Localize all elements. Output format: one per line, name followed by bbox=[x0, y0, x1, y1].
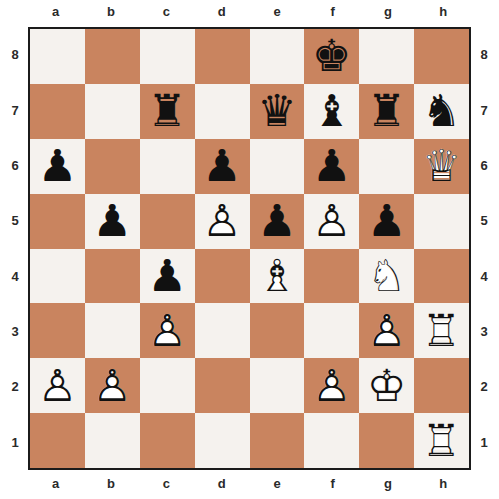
square-f5[interactable]: ♟♙ bbox=[304, 194, 359, 249]
square-d2[interactable] bbox=[195, 358, 250, 413]
black-king-icon: ♚ bbox=[308, 32, 356, 80]
coordinate-label: 6 bbox=[6, 138, 24, 193]
square-g1[interactable] bbox=[359, 413, 414, 468]
black-pawn-icon: ♟ bbox=[88, 197, 136, 245]
square-g8[interactable] bbox=[359, 29, 414, 84]
square-g2[interactable]: ♚♔ bbox=[359, 358, 414, 413]
black-pawn-icon: ♟ bbox=[363, 197, 411, 245]
coordinate-label: e bbox=[250, 476, 305, 492]
square-e7[interactable]: ♛ bbox=[250, 84, 305, 139]
coordinate-label: 8 bbox=[6, 27, 24, 82]
coordinate-label: f bbox=[305, 476, 360, 492]
white-bishop-icon: ♝♗ bbox=[253, 252, 301, 300]
white-rook-icon: ♜♖ bbox=[418, 417, 466, 465]
white-rook-icon: ♜♖ bbox=[418, 307, 466, 355]
square-h4[interactable] bbox=[414, 249, 469, 304]
coordinate-label: g bbox=[360, 476, 415, 492]
square-b7[interactable] bbox=[85, 84, 140, 139]
square-g5[interactable]: ♟ bbox=[359, 194, 414, 249]
coordinate-label: 3 bbox=[6, 304, 24, 359]
square-e5[interactable]: ♟ bbox=[250, 194, 305, 249]
coordinate-label: b bbox=[83, 476, 138, 492]
square-a7[interactable] bbox=[30, 84, 85, 139]
white-pawn-icon: ♟♙ bbox=[88, 362, 136, 410]
square-d4[interactable] bbox=[195, 249, 250, 304]
white-pawn-icon: ♟♙ bbox=[308, 197, 356, 245]
square-d6[interactable]: ♟ bbox=[195, 139, 250, 194]
coordinate-label: 1 bbox=[6, 415, 24, 470]
square-g6[interactable] bbox=[359, 139, 414, 194]
chess-board: ♚♜♛♝♜♞♟♟♟♛♕♟♟♙♟♟♙♟♟♝♗♞♘♟♙♟♙♜♖♟♙♟♙♟♙♚♔♜♖ bbox=[28, 27, 471, 470]
rank-labels-right: 87654321 bbox=[475, 27, 493, 470]
coordinate-label: 2 bbox=[475, 359, 493, 414]
black-knight-icon: ♞ bbox=[418, 87, 466, 135]
square-b5[interactable]: ♟ bbox=[85, 194, 140, 249]
coordinate-label: h bbox=[416, 4, 471, 20]
square-d8[interactable] bbox=[195, 29, 250, 84]
square-e8[interactable] bbox=[250, 29, 305, 84]
square-g3[interactable]: ♟♙ bbox=[359, 303, 414, 358]
square-a2[interactable]: ♟♙ bbox=[30, 358, 85, 413]
coordinate-label: a bbox=[28, 476, 83, 492]
coordinate-label: b bbox=[83, 4, 138, 20]
square-c7[interactable]: ♜ bbox=[140, 84, 195, 139]
square-e6[interactable] bbox=[250, 139, 305, 194]
black-bishop-icon: ♝ bbox=[308, 87, 356, 135]
square-c6[interactable] bbox=[140, 139, 195, 194]
square-c3[interactable]: ♟♙ bbox=[140, 303, 195, 358]
coordinate-label: 7 bbox=[475, 82, 493, 137]
coordinate-label: 6 bbox=[475, 138, 493, 193]
rank-labels-left: 87654321 bbox=[6, 27, 24, 470]
black-pawn-icon: ♟ bbox=[253, 197, 301, 245]
coordinate-label: c bbox=[139, 476, 194, 492]
square-f7[interactable]: ♝ bbox=[304, 84, 359, 139]
square-d5[interactable]: ♟♙ bbox=[195, 194, 250, 249]
square-c8[interactable] bbox=[140, 29, 195, 84]
square-f6[interactable]: ♟ bbox=[304, 139, 359, 194]
square-h8[interactable] bbox=[414, 29, 469, 84]
coordinate-label: a bbox=[28, 4, 83, 20]
white-pawn-icon: ♟♙ bbox=[33, 362, 81, 410]
square-h5[interactable] bbox=[414, 194, 469, 249]
square-b6[interactable] bbox=[85, 139, 140, 194]
square-b4[interactable] bbox=[85, 249, 140, 304]
black-pawn-icon: ♟ bbox=[143, 252, 191, 300]
coordinate-label: 4 bbox=[475, 249, 493, 304]
square-f1[interactable] bbox=[304, 413, 359, 468]
square-h6[interactable]: ♛♕ bbox=[414, 139, 469, 194]
square-e3[interactable] bbox=[250, 303, 305, 358]
square-h1[interactable]: ♜♖ bbox=[414, 413, 469, 468]
square-e1[interactable] bbox=[250, 413, 305, 468]
file-labels-bottom: abcdefgh bbox=[28, 476, 471, 492]
square-a8[interactable] bbox=[30, 29, 85, 84]
white-pawn-icon: ♟♙ bbox=[143, 307, 191, 355]
black-rook-icon: ♜ bbox=[363, 87, 411, 135]
white-pawn-icon: ♟♙ bbox=[308, 362, 356, 410]
black-pawn-icon: ♟ bbox=[33, 142, 81, 190]
coordinate-label: 5 bbox=[6, 193, 24, 248]
square-c5[interactable] bbox=[140, 194, 195, 249]
coordinate-label: e bbox=[250, 4, 305, 20]
black-pawn-icon: ♟ bbox=[308, 142, 356, 190]
file-labels-top: abcdefgh bbox=[28, 4, 471, 20]
square-d7[interactable] bbox=[195, 84, 250, 139]
white-pawn-icon: ♟♙ bbox=[198, 197, 246, 245]
black-pawn-icon: ♟ bbox=[198, 142, 246, 190]
coordinate-label: d bbox=[194, 4, 249, 20]
square-e2[interactable] bbox=[250, 358, 305, 413]
square-a1[interactable] bbox=[30, 413, 85, 468]
square-f2[interactable]: ♟♙ bbox=[304, 358, 359, 413]
square-g4[interactable]: ♞♘ bbox=[359, 249, 414, 304]
white-king-icon: ♚♔ bbox=[363, 362, 411, 410]
white-queen-icon: ♛♕ bbox=[418, 142, 466, 190]
square-b2[interactable]: ♟♙ bbox=[85, 358, 140, 413]
square-a6[interactable]: ♟ bbox=[30, 139, 85, 194]
square-f4[interactable] bbox=[304, 249, 359, 304]
square-c1[interactable] bbox=[140, 413, 195, 468]
square-a4[interactable] bbox=[30, 249, 85, 304]
square-f3[interactable] bbox=[304, 303, 359, 358]
coordinate-label: 5 bbox=[475, 193, 493, 248]
square-c4[interactable]: ♟ bbox=[140, 249, 195, 304]
square-b8[interactable] bbox=[85, 29, 140, 84]
square-e4[interactable]: ♝♗ bbox=[250, 249, 305, 304]
coordinate-label: c bbox=[139, 4, 194, 20]
black-queen-icon: ♛ bbox=[253, 87, 301, 135]
square-b3[interactable] bbox=[85, 303, 140, 358]
coordinate-label: d bbox=[194, 476, 249, 492]
square-c2[interactable] bbox=[140, 358, 195, 413]
chess-diagram: abcdefgh abcdefgh 87654321 87654321 ♚♜♛♝… bbox=[0, 0, 499, 499]
square-g7[interactable]: ♜ bbox=[359, 84, 414, 139]
square-h2[interactable] bbox=[414, 358, 469, 413]
coordinate-label: 1 bbox=[475, 415, 493, 470]
coordinate-label: 4 bbox=[6, 249, 24, 304]
square-a3[interactable] bbox=[30, 303, 85, 358]
coordinate-label: 3 bbox=[475, 304, 493, 359]
coordinate-label: h bbox=[416, 476, 471, 492]
coordinate-label: 2 bbox=[6, 359, 24, 414]
square-b1[interactable] bbox=[85, 413, 140, 468]
square-d3[interactable] bbox=[195, 303, 250, 358]
square-a5[interactable] bbox=[30, 194, 85, 249]
white-pawn-icon: ♟♙ bbox=[363, 307, 411, 355]
square-h3[interactable]: ♜♖ bbox=[414, 303, 469, 358]
white-knight-icon: ♞♘ bbox=[363, 252, 411, 300]
coordinate-label: 7 bbox=[6, 82, 24, 137]
square-f8[interactable]: ♚ bbox=[304, 29, 359, 84]
square-h7[interactable]: ♞ bbox=[414, 84, 469, 139]
coordinate-label: g bbox=[360, 4, 415, 20]
square-d1[interactable] bbox=[195, 413, 250, 468]
coordinate-label: f bbox=[305, 4, 360, 20]
coordinate-label: 8 bbox=[475, 27, 493, 82]
black-rook-icon: ♜ bbox=[143, 87, 191, 135]
